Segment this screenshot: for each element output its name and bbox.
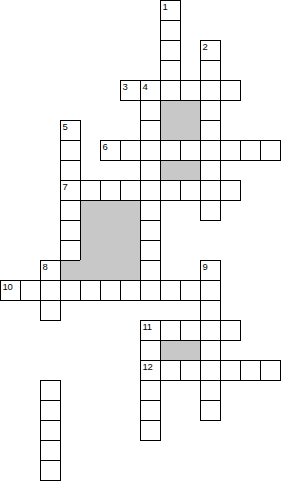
cell-r17-c10[interactable] [200,340,221,361]
shaded-block-r11-c5 [100,220,121,241]
cell-r9-c5[interactable] [100,180,121,201]
cell-r19-c2[interactable] [40,380,61,401]
cell-r7-c6[interactable] [120,140,141,161]
cell-r18-c13[interactable] [260,360,281,381]
clue-number-10: 10 [3,282,13,292]
shaded-block-r12-c5 [100,240,121,261]
cell-r17-c7[interactable] [140,340,161,361]
shaded-block-r10-c4 [80,200,101,221]
cell-r2-c8[interactable] [160,40,181,61]
cell-r8-c10[interactable] [200,160,221,181]
cell-r22-c2[interactable] [40,440,61,461]
cell-r7-c7[interactable] [140,140,161,161]
cell-r11-c7[interactable] [140,220,161,241]
shaded-block-r8-c8 [160,160,181,181]
crossword-board: 123456789101112 [0,0,281,481]
cell-r10-c7[interactable] [140,200,161,221]
cell-r1-c8[interactable] [160,20,181,41]
cell-r5-c7[interactable] [140,100,161,121]
cell-r21-c7[interactable] [140,420,161,441]
cell-r14-c7[interactable] [140,280,161,301]
cell-r8-c3[interactable] [60,160,81,181]
cell-r23-c2[interactable] [40,460,61,481]
cell-r9-c10[interactable] [200,180,221,201]
clue-number-2: 2 [203,42,208,52]
cell-r21-c2[interactable] [40,420,61,441]
cell-r4-c11[interactable] [220,80,241,101]
shaded-block-r13-c3 [60,260,81,281]
cell-r7-c9[interactable] [180,140,201,161]
cell-r15-c2[interactable] [40,300,61,321]
cell-r18-c8[interactable] [160,360,181,381]
cell-r10-c3[interactable] [60,200,81,221]
cell-r14-c10[interactable] [200,280,221,301]
shaded-block-r10-c5 [100,200,121,221]
cell-r6-c10[interactable] [200,120,221,141]
cell-r14-c1[interactable] [20,280,41,301]
cell-r7-c12[interactable] [240,140,261,161]
cell-r18-c11[interactable] [220,360,241,381]
cell-r3-c10[interactable] [200,60,221,81]
cell-r6-c7[interactable] [140,120,161,141]
cell-r4-c10[interactable] [200,80,221,101]
shaded-block-r17-c9 [180,340,201,361]
cell-r14-c4[interactable] [80,280,101,301]
shaded-block-r6-c9 [180,120,201,141]
cell-r10-c10[interactable] [200,200,221,221]
shaded-block-r5-c9 [180,100,201,121]
cell-r19-c10[interactable] [200,380,221,401]
cell-r9-c11[interactable] [220,180,241,201]
cell-r7-c10[interactable] [200,140,221,161]
clue-number-7: 7 [63,182,68,192]
shaded-block-r12-c4 [80,240,101,261]
cell-r7-c13[interactable] [260,140,281,161]
clue-number-3: 3 [123,82,128,92]
clue-number-6: 6 [103,142,108,152]
cell-r18-c10[interactable] [200,360,221,381]
cell-r20-c2[interactable] [40,400,61,421]
cell-r14-c3[interactable] [60,280,81,301]
cell-r8-c7[interactable] [140,160,161,181]
cell-r20-c10[interactable] [200,400,221,421]
shaded-block-r11-c4 [80,220,101,241]
cell-r12-c7[interactable] [140,240,161,261]
cell-r5-c10[interactable] [200,100,221,121]
cell-r16-c8[interactable] [160,320,181,341]
cell-r14-c2[interactable] [40,280,61,301]
cell-r9-c6[interactable] [120,180,141,201]
cell-r9-c4[interactable] [80,180,101,201]
clue-number-12: 12 [143,362,153,372]
clue-number-4: 4 [143,82,148,92]
cell-r7-c3[interactable] [60,140,81,161]
cell-r16-c11[interactable] [220,320,241,341]
cell-r13-c7[interactable] [140,260,161,281]
cell-r4-c9[interactable] [180,80,201,101]
shaded-block-r6-c8 [160,120,181,141]
cell-r14-c8[interactable] [160,280,181,301]
shaded-block-r10-c6 [120,200,141,221]
cell-r18-c9[interactable] [180,360,201,381]
cell-r14-c6[interactable] [120,280,141,301]
shaded-block-r8-c9 [180,160,201,181]
shaded-block-r5-c8 [160,100,181,121]
cell-r7-c11[interactable] [220,140,241,161]
cell-r14-c5[interactable] [100,280,121,301]
shaded-block-r12-c6 [120,240,141,261]
cell-r16-c10[interactable] [200,320,221,341]
clue-number-1: 1 [163,2,168,12]
cell-r9-c8[interactable] [160,180,181,201]
cell-r14-c9[interactable] [180,280,201,301]
cell-r11-c3[interactable] [60,220,81,241]
clue-number-8: 8 [43,262,48,272]
cell-r15-c10[interactable] [200,300,221,321]
cell-r9-c9[interactable] [180,180,201,201]
cell-r3-c8[interactable] [160,60,181,81]
cell-r20-c7[interactable] [140,400,161,421]
shaded-block-r13-c5 [100,260,121,281]
shaded-block-r11-c6 [120,220,141,241]
cell-r7-c8[interactable] [160,140,181,161]
cell-r19-c7[interactable] [140,380,161,401]
cell-r12-c3[interactable] [60,240,81,261]
cell-r16-c9[interactable] [180,320,201,341]
cell-r4-c8[interactable] [160,80,181,101]
clue-number-9: 9 [203,262,208,272]
shaded-block-r13-c4 [80,260,101,281]
cell-r9-c7[interactable] [140,180,161,201]
clue-number-11: 11 [143,322,152,332]
cell-r18-c12[interactable] [240,360,261,381]
clue-number-5: 5 [63,122,68,132]
shaded-block-r13-c6 [120,260,141,281]
shaded-block-r17-c8 [160,340,181,361]
